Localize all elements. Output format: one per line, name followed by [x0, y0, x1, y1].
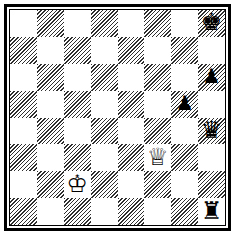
square-h3[interactable] [198, 144, 225, 171]
square-a4[interactable] [10, 118, 37, 145]
square-a6[interactable] [10, 64, 37, 91]
square-h4[interactable]: ♛ [198, 118, 225, 145]
square-a7[interactable] [10, 37, 37, 64]
square-g8[interactable] [171, 10, 198, 37]
square-g6[interactable] [171, 64, 198, 91]
square-h6[interactable]: ♟ [198, 64, 225, 91]
square-d7[interactable] [91, 37, 118, 64]
square-b6[interactable] [37, 64, 64, 91]
square-b4[interactable] [37, 118, 64, 145]
square-e4[interactable] [118, 118, 145, 145]
square-b1[interactable] [37, 198, 64, 225]
square-f1[interactable] [144, 198, 171, 225]
square-f7[interactable] [144, 37, 171, 64]
board-frame-outer: ♚♟♟♛♕♔♜ [4, 4, 231, 231]
square-g7[interactable] [171, 37, 198, 64]
black-rook-icon[interactable]: ♜ [201, 199, 223, 223]
square-e1[interactable] [118, 198, 145, 225]
square-c4[interactable] [64, 118, 91, 145]
black-queen-icon[interactable]: ♛ [201, 118, 223, 142]
square-e7[interactable] [118, 37, 145, 64]
square-f2[interactable] [144, 171, 171, 198]
chess-board: ♚♟♟♛♕♔♜ [10, 10, 225, 225]
white-king-icon[interactable]: ♔ [66, 172, 88, 196]
square-a3[interactable] [10, 144, 37, 171]
black-king-icon[interactable]: ♚ [201, 10, 223, 34]
square-c2[interactable]: ♔ [64, 171, 91, 198]
square-f8[interactable] [144, 10, 171, 37]
square-g3[interactable] [171, 144, 198, 171]
square-g2[interactable] [171, 171, 198, 198]
square-a8[interactable] [10, 10, 37, 37]
square-f3[interactable]: ♕ [144, 144, 171, 171]
square-a5[interactable] [10, 91, 37, 118]
square-e8[interactable] [118, 10, 145, 37]
square-b5[interactable] [37, 91, 64, 118]
square-h2[interactable] [198, 171, 225, 198]
square-a1[interactable] [10, 198, 37, 225]
square-g4[interactable] [171, 118, 198, 145]
square-a2[interactable] [10, 171, 37, 198]
black-pawn-icon[interactable]: ♟ [176, 93, 194, 113]
square-d1[interactable] [91, 198, 118, 225]
square-d3[interactable] [91, 144, 118, 171]
square-c1[interactable] [64, 198, 91, 225]
board-frame-inner: ♚♟♟♛♕♔♜ [9, 9, 226, 226]
square-h7[interactable] [198, 37, 225, 64]
square-e2[interactable] [118, 171, 145, 198]
square-f6[interactable] [144, 64, 171, 91]
square-c8[interactable] [64, 10, 91, 37]
square-e3[interactable] [118, 144, 145, 171]
square-h8[interactable]: ♚ [198, 10, 225, 37]
square-d2[interactable] [91, 171, 118, 198]
square-c7[interactable] [64, 37, 91, 64]
square-e5[interactable] [118, 91, 145, 118]
square-g5[interactable]: ♟ [171, 91, 198, 118]
square-g1[interactable] [171, 198, 198, 225]
square-c6[interactable] [64, 64, 91, 91]
square-h5[interactable] [198, 91, 225, 118]
white-queen-icon[interactable]: ♕ [147, 145, 169, 169]
square-h1[interactable]: ♜ [198, 198, 225, 225]
square-b3[interactable] [37, 144, 64, 171]
black-pawn-icon[interactable]: ♟ [203, 66, 221, 86]
square-f4[interactable] [144, 118, 171, 145]
square-d4[interactable] [91, 118, 118, 145]
square-f5[interactable] [144, 91, 171, 118]
square-c3[interactable] [64, 144, 91, 171]
chess-diagram: ♚♟♟♛♕♔♜ [0, 0, 235, 235]
square-c5[interactable] [64, 91, 91, 118]
square-d5[interactable] [91, 91, 118, 118]
square-d8[interactable] [91, 10, 118, 37]
square-e6[interactable] [118, 64, 145, 91]
square-d6[interactable] [91, 64, 118, 91]
square-b7[interactable] [37, 37, 64, 64]
square-b8[interactable] [37, 10, 64, 37]
square-b2[interactable] [37, 171, 64, 198]
